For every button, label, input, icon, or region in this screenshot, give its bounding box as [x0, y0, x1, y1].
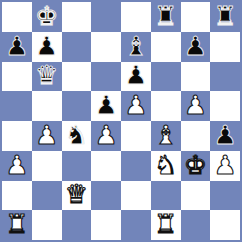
piece-white-bishop[interactable]: ♝ [154, 122, 177, 148]
square-g7[interactable]: ♟ [181, 32, 211, 62]
square-e6[interactable]: ♟ [121, 62, 151, 92]
square-f2[interactable] [151, 181, 181, 211]
square-d1[interactable] [91, 210, 121, 240]
piece-white-rook[interactable]: ♜ [154, 211, 177, 237]
square-h6[interactable] [210, 62, 240, 92]
square-h7[interactable] [210, 32, 240, 62]
square-a2[interactable] [2, 181, 32, 211]
chess-board: ♚♜♜♟♟♝♟♛♟♟♟♟♟♞♟♝♟♟♞♚♟♛♜♜ [0, 0, 242, 242]
square-g2[interactable] [181, 181, 211, 211]
piece-white-pawn[interactable]: ♟ [5, 152, 28, 178]
square-f7[interactable] [151, 32, 181, 62]
piece-black-queen[interactable]: ♛ [35, 62, 58, 88]
square-g6[interactable] [181, 62, 211, 92]
square-a5[interactable] [2, 91, 32, 121]
square-f3[interactable]: ♞ [151, 151, 181, 181]
square-c6[interactable] [62, 62, 92, 92]
square-h8[interactable]: ♜ [210, 2, 240, 32]
square-c1[interactable] [62, 210, 92, 240]
piece-white-rook[interactable]: ♜ [5, 211, 28, 237]
piece-white-pawn[interactable]: ♟ [124, 92, 147, 118]
square-f1[interactable]: ♜ [151, 210, 181, 240]
piece-black-king[interactable]: ♚ [35, 3, 58, 29]
square-b2[interactable] [32, 181, 62, 211]
square-f4[interactable]: ♝ [151, 121, 181, 151]
square-f5[interactable] [151, 91, 181, 121]
piece-black-rook[interactable]: ♜ [213, 3, 236, 29]
piece-black-pawn[interactable]: ♟ [124, 62, 147, 88]
piece-white-knight[interactable]: ♞ [154, 152, 177, 178]
square-d4[interactable]: ♟ [91, 121, 121, 151]
square-g5[interactable]: ♟ [181, 91, 211, 121]
square-d6[interactable] [91, 62, 121, 92]
piece-white-pawn[interactable]: ♟ [35, 122, 58, 148]
square-d5[interactable]: ♟ [91, 91, 121, 121]
piece-white-pawn[interactable]: ♟ [213, 152, 236, 178]
square-c7[interactable] [62, 32, 92, 62]
chess-board-container: ♚♜♜♟♟♝♟♛♟♟♟♟♟♞♟♝♟♟♞♚♟♛♜♜ [0, 0, 242, 242]
square-a4[interactable] [2, 121, 32, 151]
square-c8[interactable] [62, 2, 92, 32]
square-c3[interactable] [62, 151, 92, 181]
piece-white-king[interactable]: ♚ [184, 152, 207, 178]
square-g4[interactable] [181, 121, 211, 151]
square-e7[interactable]: ♝ [121, 32, 151, 62]
square-g1[interactable] [181, 210, 211, 240]
square-b1[interactable] [32, 210, 62, 240]
piece-black-pawn[interactable]: ♟ [35, 33, 58, 59]
square-e2[interactable] [121, 181, 151, 211]
piece-black-pawn[interactable]: ♟ [94, 92, 117, 118]
square-g3[interactable]: ♚ [181, 151, 211, 181]
square-c4[interactable]: ♞ [62, 121, 92, 151]
piece-white-pawn[interactable]: ♟ [94, 122, 117, 148]
square-e3[interactable] [121, 151, 151, 181]
square-d2[interactable] [91, 181, 121, 211]
square-a1[interactable]: ♜ [2, 210, 32, 240]
square-g8[interactable] [181, 2, 211, 32]
square-h2[interactable] [210, 181, 240, 211]
piece-black-knight[interactable]: ♞ [65, 122, 88, 148]
square-c2[interactable]: ♛ [62, 181, 92, 211]
square-e1[interactable] [121, 210, 151, 240]
piece-black-rook[interactable]: ♜ [154, 3, 177, 29]
square-a6[interactable] [2, 62, 32, 92]
square-c5[interactable] [62, 91, 92, 121]
piece-black-pawn[interactable]: ♟ [5, 33, 28, 59]
square-e5[interactable]: ♟ [121, 91, 151, 121]
square-h3[interactable]: ♟ [210, 151, 240, 181]
square-h4[interactable]: ♟ [210, 121, 240, 151]
square-h1[interactable] [210, 210, 240, 240]
piece-white-queen[interactable]: ♛ [65, 181, 88, 207]
square-b7[interactable]: ♟ [32, 32, 62, 62]
square-e4[interactable] [121, 121, 151, 151]
square-d8[interactable] [91, 2, 121, 32]
square-b4[interactable]: ♟ [32, 121, 62, 151]
square-b3[interactable] [32, 151, 62, 181]
piece-black-bishop[interactable]: ♝ [124, 33, 147, 59]
square-a3[interactable]: ♟ [2, 151, 32, 181]
piece-black-pawn[interactable]: ♟ [184, 33, 207, 59]
square-h5[interactable] [210, 91, 240, 121]
square-f6[interactable] [151, 62, 181, 92]
square-e8[interactable] [121, 2, 151, 32]
square-f8[interactable]: ♜ [151, 2, 181, 32]
square-a7[interactable]: ♟ [2, 32, 32, 62]
square-b6[interactable]: ♛ [32, 62, 62, 92]
piece-black-pawn[interactable]: ♟ [213, 122, 236, 148]
square-d7[interactable] [91, 32, 121, 62]
piece-white-pawn[interactable]: ♟ [184, 92, 207, 118]
square-a8[interactable] [2, 2, 32, 32]
square-b5[interactable] [32, 91, 62, 121]
square-b8[interactable]: ♚ [32, 2, 62, 32]
square-d3[interactable] [91, 151, 121, 181]
